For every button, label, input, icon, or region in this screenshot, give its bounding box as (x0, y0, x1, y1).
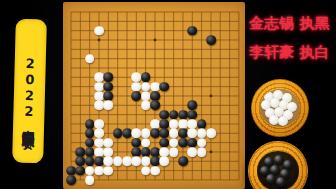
black-stone (141, 147, 151, 157)
black-stone (206, 35, 216, 45)
white-stone (141, 138, 151, 148)
white-stone (85, 175, 95, 185)
white-stone (132, 82, 142, 92)
black-stone (187, 110, 197, 120)
white-stone (141, 82, 151, 92)
black-stone (141, 73, 151, 83)
white-stone (104, 166, 114, 176)
white-stone (94, 138, 104, 148)
black-stone (169, 110, 179, 120)
black-stone (113, 128, 123, 138)
white-stone (85, 54, 95, 64)
black-stone (150, 156, 160, 166)
black-stone (160, 138, 170, 148)
white-stone (141, 101, 151, 111)
black-stone (85, 119, 95, 129)
black-stone (150, 128, 160, 138)
white-stone (206, 128, 216, 138)
black-player-caption: 金志锡 执黑 (249, 14, 335, 34)
black-stone (150, 91, 160, 101)
black-stone (150, 101, 160, 111)
white-stone (141, 91, 151, 101)
white-stone (169, 119, 179, 129)
black-stone (104, 73, 114, 83)
white-stone (122, 156, 132, 166)
white-stone (187, 119, 197, 129)
black-stone (104, 82, 114, 92)
black-stone (160, 128, 170, 138)
white-stone (160, 147, 170, 157)
white-stone (94, 166, 104, 176)
bowl-well-white-stones (260, 89, 300, 127)
white-stone (150, 166, 160, 176)
black-stone (76, 156, 86, 166)
photo-stage: 2022中国围甲联赛 金志锡 执黑 李轩豪 执白 (0, 0, 336, 189)
white-stone (94, 82, 104, 92)
white-player-caption: 李轩豪 执白 (249, 43, 335, 63)
black-stone (187, 138, 197, 148)
black-stone (178, 110, 188, 120)
white-stone (113, 156, 123, 166)
white-stone (104, 101, 114, 111)
black-stone (66, 166, 76, 176)
white-stone (150, 82, 160, 92)
white-stone (197, 138, 207, 148)
white-stone (94, 147, 104, 157)
black-stone (104, 91, 114, 101)
black-stone (132, 91, 142, 101)
bowl-well-black-stones (257, 151, 299, 189)
black-stone (85, 128, 95, 138)
white-stone (187, 147, 197, 157)
white-stone (178, 119, 188, 129)
white-stone (94, 73, 104, 83)
black-stone (178, 128, 188, 138)
white-stone (94, 119, 104, 129)
black-stone (150, 147, 160, 157)
black-stone (66, 175, 76, 185)
white-stone (132, 156, 142, 166)
white-stone (132, 128, 142, 138)
black-stone (197, 119, 207, 129)
black-stone (160, 82, 170, 92)
white-stone (169, 138, 179, 148)
white-stone (160, 156, 170, 166)
black-stone (85, 147, 95, 157)
white-stone (132, 73, 142, 83)
white-stone (197, 147, 207, 157)
white-stone (85, 166, 95, 176)
black-stone (132, 138, 142, 148)
black-stone (187, 26, 197, 36)
white-stone (141, 156, 151, 166)
white-stone (94, 101, 104, 111)
black-stone-bowl (248, 141, 308, 189)
go-board[interactable] (63, 2, 245, 189)
white-stone (104, 156, 114, 166)
black-stone (178, 156, 188, 166)
event-banner-text: 2022中国围甲联赛 (22, 56, 37, 126)
white-stone (169, 147, 179, 157)
white-stone (197, 128, 207, 138)
white-stone (141, 128, 151, 138)
white-stone (141, 166, 151, 176)
white-stone (94, 26, 104, 36)
white-stone (104, 138, 114, 148)
black-stone (85, 156, 95, 166)
white-stone (104, 147, 114, 157)
white-stone (94, 91, 104, 101)
black-stone (187, 101, 197, 111)
black-stone (178, 138, 188, 148)
event-banner: 2022中国围甲联赛 (12, 19, 47, 164)
white-stone (187, 128, 197, 138)
black-stone (94, 156, 104, 166)
black-stone (132, 147, 142, 157)
black-stone (160, 119, 170, 129)
black-stone (160, 110, 170, 120)
white-stone (94, 128, 104, 138)
black-stone (122, 128, 132, 138)
black-stone (76, 147, 86, 157)
white-stone (169, 128, 179, 138)
white-stone-bowl (251, 79, 309, 137)
white-stone (150, 119, 160, 129)
black-stone (85, 138, 95, 148)
black-stone (76, 166, 86, 176)
